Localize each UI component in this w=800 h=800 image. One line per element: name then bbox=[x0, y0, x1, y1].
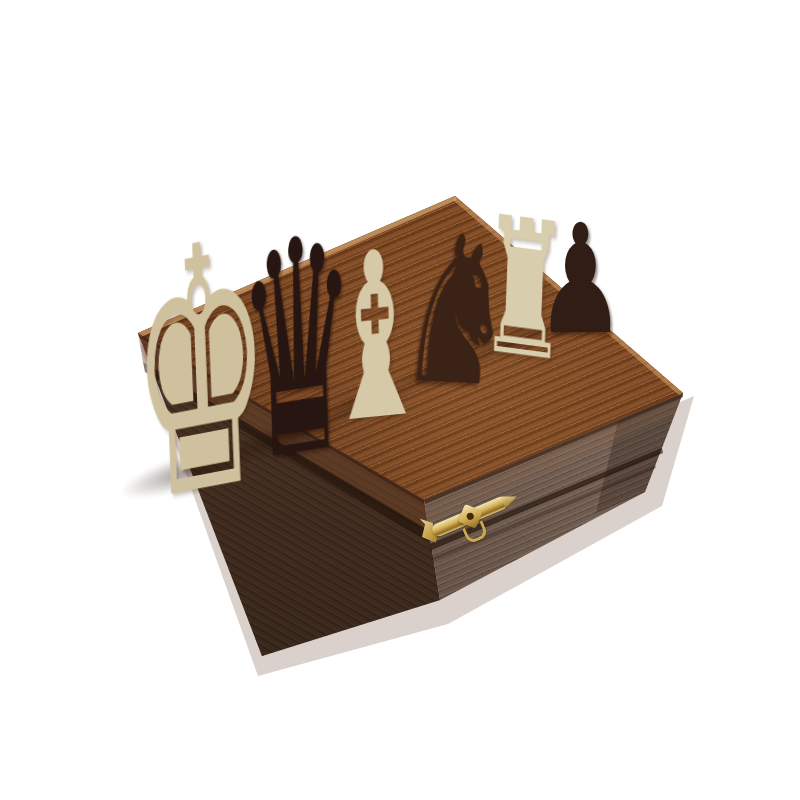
scene: ♚ ♛ ♝ ♞ ♜ ♟ bbox=[0, 0, 800, 800]
piece-black-pawn: ♟ bbox=[505, 205, 656, 356]
black-pawn-glyph: ♟ bbox=[531, 205, 631, 356]
